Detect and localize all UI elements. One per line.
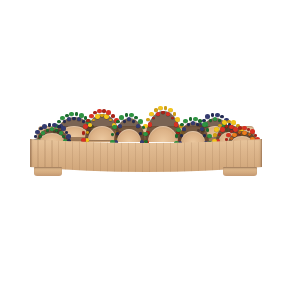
bead — [161, 111, 164, 114]
bead — [46, 129, 49, 132]
bead — [125, 113, 129, 116]
bead — [48, 123, 52, 126]
bead — [187, 123, 190, 126]
bead — [104, 114, 109, 118]
bead — [211, 113, 215, 116]
bead — [168, 108, 173, 113]
bead — [57, 120, 61, 123]
bead — [209, 119, 212, 122]
bead — [129, 113, 134, 118]
bead — [111, 114, 115, 117]
bead — [158, 106, 163, 111]
bead — [213, 133, 217, 136]
bead — [41, 131, 46, 135]
bead — [75, 112, 79, 115]
bead — [218, 124, 222, 127]
bead — [164, 106, 168, 109]
bead — [39, 135, 42, 138]
bead — [206, 128, 210, 131]
bead — [173, 112, 177, 115]
bead — [83, 124, 88, 129]
bead — [238, 131, 241, 134]
bead — [86, 119, 90, 122]
abacus-product-photo — [0, 0, 290, 290]
bead — [189, 117, 193, 120]
bead — [66, 134, 71, 139]
bead — [220, 127, 225, 131]
bead — [207, 134, 212, 139]
bead — [69, 112, 74, 117]
bead — [202, 119, 206, 122]
bead — [166, 112, 171, 116]
bead — [123, 120, 126, 123]
bead — [138, 119, 143, 124]
bead — [148, 122, 153, 126]
bead — [218, 133, 221, 136]
bead — [82, 131, 86, 134]
bead — [97, 109, 102, 114]
bead — [146, 118, 150, 121]
bead — [242, 131, 247, 135]
bead — [79, 113, 84, 118]
bead — [72, 117, 75, 120]
bead — [238, 126, 242, 129]
bead — [100, 114, 103, 117]
bead — [232, 133, 237, 137]
bead — [220, 115, 224, 118]
bead — [142, 126, 146, 129]
bead — [154, 108, 158, 111]
bead — [134, 116, 138, 119]
bead — [85, 138, 90, 142]
bead — [180, 134, 183, 137]
bead — [174, 122, 179, 126]
bead — [175, 117, 180, 122]
bead — [81, 138, 86, 143]
bead — [95, 114, 100, 118]
tray-foot-left — [34, 167, 62, 176]
bead — [116, 132, 119, 135]
bead — [222, 120, 227, 125]
bead — [193, 117, 198, 122]
tray-foot-right — [223, 167, 257, 176]
bead — [118, 124, 123, 128]
bead — [116, 120, 120, 123]
bead — [202, 122, 207, 127]
bead — [198, 119, 202, 122]
bead — [89, 114, 94, 119]
bead — [215, 113, 220, 118]
bead — [52, 123, 57, 128]
